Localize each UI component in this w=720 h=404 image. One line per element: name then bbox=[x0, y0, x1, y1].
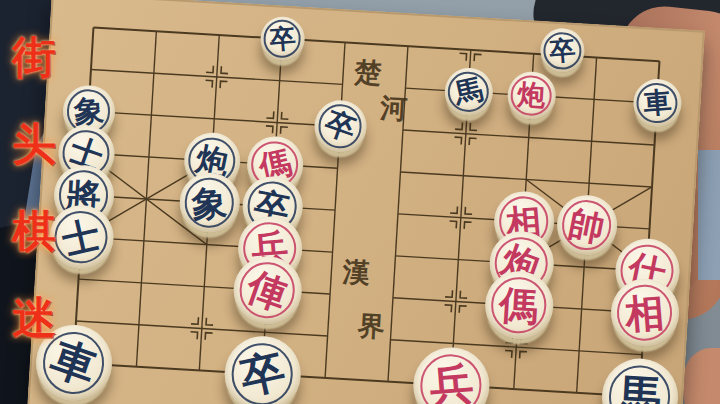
piece-black-soldier: 卒 bbox=[222, 334, 302, 404]
piece-black-horse: 馬 bbox=[443, 66, 494, 117]
background-gap-right bbox=[698, 150, 720, 280]
watermark-char: 迷 bbox=[12, 289, 56, 348]
xiangqi-board: 楚河漢界 象士將士車炮象卒傌卒兵俥卒卒馬兵炮相炮傌帥仕相車馬 卒 bbox=[25, 0, 704, 404]
watermark-char: 街 bbox=[12, 28, 56, 87]
piece-grid: 象士將士車炮象卒傌卒兵俥卒卒馬兵炮相炮傌帥仕相車馬 bbox=[41, 5, 692, 404]
watermark-char: 头 bbox=[12, 115, 56, 174]
piece-red-soldier: 兵 bbox=[411, 345, 491, 404]
hand-bottom-right bbox=[683, 348, 720, 404]
video-frame: { "game": "xiangqi", "watermark": { "tex… bbox=[0, 0, 720, 404]
piece-black-horse: 馬 bbox=[599, 356, 679, 404]
channel-watermark: 街头棋迷 bbox=[8, 28, 60, 348]
piece-black-chariot: 車 bbox=[632, 78, 683, 129]
watermark-char: 棋 bbox=[12, 202, 56, 261]
piece-black-soldier: 卒 bbox=[259, 15, 306, 62]
piece-red-general: 帥 bbox=[555, 193, 618, 256]
piece-black-soldier: 卒 bbox=[313, 99, 368, 154]
piece-red-cannon: 炮 bbox=[506, 70, 557, 121]
